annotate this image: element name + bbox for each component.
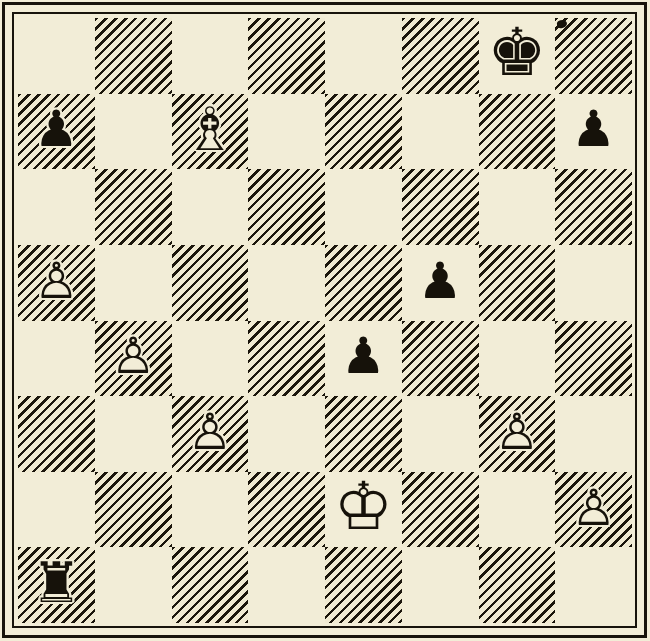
square-h1[interactable] (555, 547, 632, 623)
square-f7[interactable] (402, 94, 479, 170)
square-f5[interactable]: ♟♟ (402, 245, 479, 321)
square-d6[interactable] (248, 169, 325, 245)
square-b6[interactable] (95, 169, 172, 245)
square-f8[interactable] (402, 18, 479, 94)
white-bishop-icon: ♗ (183, 99, 237, 159)
square-b1[interactable] (95, 547, 172, 623)
piece-white-pawn-b4[interactable]: ♟♙ (95, 321, 172, 397)
square-b5[interactable] (95, 245, 172, 321)
square-a8[interactable] (18, 18, 95, 94)
square-b7[interactable] (95, 94, 172, 170)
square-d3[interactable] (248, 396, 325, 472)
square-g4[interactable] (479, 321, 556, 397)
square-g3[interactable]: ♟♙ (479, 396, 556, 472)
piece-black-pawn-h7[interactable]: ♟♟ (555, 94, 632, 170)
square-h7[interactable]: ♟♟ (555, 94, 632, 170)
piece-white-pawn-c3[interactable]: ♟♙ (172, 396, 249, 472)
square-e1[interactable] (325, 547, 402, 623)
square-f1[interactable] (402, 547, 479, 623)
piece-black-pawn-f5[interactable]: ♟♟ (402, 245, 479, 321)
piece-black-pawn-a7[interactable]: ♟♟ (18, 94, 95, 170)
square-c6[interactable] (172, 169, 249, 245)
white-king-icon: ♔ (334, 474, 393, 540)
square-g8[interactable]: ♚♚ (479, 18, 556, 94)
square-f6[interactable] (402, 169, 479, 245)
square-h5[interactable] (555, 245, 632, 321)
square-c5[interactable] (172, 245, 249, 321)
piece-white-bishop-c7[interactable]: ♝♗ (172, 94, 249, 170)
square-b2[interactable] (95, 472, 172, 548)
square-g6[interactable] (479, 169, 556, 245)
square-g1[interactable] (479, 547, 556, 623)
square-e5[interactable] (325, 245, 402, 321)
square-h8[interactable] (555, 18, 632, 94)
square-a1[interactable]: ♜♜ (18, 547, 95, 623)
chess-board: ♚♚♟♟♝♗♟♟♟♙♟♟♟♙♟♟♟♙♟♙♚♔♟♙♜♜ (18, 18, 632, 623)
square-h3[interactable] (555, 396, 632, 472)
square-b4[interactable]: ♟♙ (95, 321, 172, 397)
white-pawn-icon: ♙ (494, 407, 539, 457)
square-h4[interactable] (555, 321, 632, 397)
square-g2[interactable] (479, 472, 556, 548)
white-pawn-icon: ♙ (187, 407, 232, 457)
square-f4[interactable] (402, 321, 479, 397)
black-pawn-icon: ♟ (418, 256, 463, 306)
square-c7[interactable]: ♝♗ (172, 94, 249, 170)
square-a2[interactable] (18, 472, 95, 548)
square-g7[interactable] (479, 94, 556, 170)
black-rook-icon: ♜ (31, 555, 81, 611)
white-pawn-icon: ♙ (571, 483, 616, 533)
square-c4[interactable] (172, 321, 249, 397)
square-e8[interactable] (325, 18, 402, 94)
square-h2[interactable]: ♟♙ (555, 472, 632, 548)
square-b3[interactable] (95, 396, 172, 472)
square-a7[interactable]: ♟♟ (18, 94, 95, 170)
piece-white-pawn-g3[interactable]: ♟♙ (479, 396, 556, 472)
piece-white-king-e2[interactable]: ♚♔ (325, 472, 402, 548)
square-e2[interactable]: ♚♔ (325, 472, 402, 548)
black-pawn-icon: ♟ (34, 104, 79, 154)
piece-black-rook-a1[interactable]: ♜♜ (18, 547, 95, 623)
square-a6[interactable] (18, 169, 95, 245)
square-d2[interactable] (248, 472, 325, 548)
square-h6[interactable] (555, 169, 632, 245)
square-a4[interactable] (18, 321, 95, 397)
square-f2[interactable] (402, 472, 479, 548)
white-pawn-icon: ♙ (111, 331, 156, 381)
chess-diagram: ♚♚♟♟♝♗♟♟♟♙♟♟♟♙♟♟♟♙♟♙♚♔♟♙♜♜ (0, 0, 650, 641)
square-a3[interactable] (18, 396, 95, 472)
square-f3[interactable] (402, 396, 479, 472)
square-c3[interactable]: ♟♙ (172, 396, 249, 472)
square-c2[interactable] (172, 472, 249, 548)
square-e7[interactable] (325, 94, 402, 170)
black-pawn-icon: ♟ (571, 104, 616, 154)
piece-black-pawn-e4[interactable]: ♟♟ (325, 321, 402, 397)
square-b8[interactable] (95, 18, 172, 94)
black-pawn-icon: ♟ (341, 331, 386, 381)
square-d4[interactable] (248, 321, 325, 397)
piece-white-pawn-h2[interactable]: ♟♙ (555, 472, 632, 548)
square-c1[interactable] (172, 547, 249, 623)
square-d5[interactable] (248, 245, 325, 321)
black-king-icon: ♚ (487, 20, 546, 86)
piece-black-king-g8[interactable]: ♚♚ (479, 18, 556, 94)
square-e6[interactable] (325, 169, 402, 245)
square-g5[interactable] (479, 245, 556, 321)
square-d7[interactable] (248, 94, 325, 170)
square-d8[interactable] (248, 18, 325, 94)
square-a5[interactable]: ♟♙ (18, 245, 95, 321)
piece-white-pawn-a5[interactable]: ♟♙ (18, 245, 95, 321)
square-d1[interactable] (248, 547, 325, 623)
square-e3[interactable] (325, 396, 402, 472)
square-c8[interactable] (172, 18, 249, 94)
white-pawn-icon: ♙ (34, 256, 79, 306)
square-e4[interactable]: ♟♟ (325, 321, 402, 397)
